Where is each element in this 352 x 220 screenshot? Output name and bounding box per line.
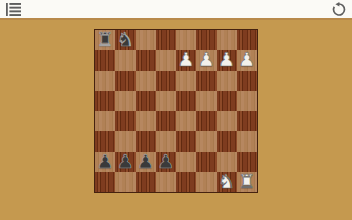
square-d3[interactable]	[156, 131, 176, 151]
square-f2[interactable]	[196, 152, 216, 172]
piece-white-pawn[interactable]: ♟	[196, 49, 216, 69]
piece-black-pawn[interactable]: ♟	[115, 151, 135, 171]
square-d5[interactable]	[156, 91, 176, 111]
piece-black-pawn[interactable]: ♟	[136, 151, 156, 171]
square-a6[interactable]	[95, 71, 115, 91]
square-a5[interactable]	[95, 91, 115, 111]
square-c5[interactable]	[136, 91, 156, 111]
square-b2[interactable]: ♟	[115, 152, 135, 172]
square-a2[interactable]: ♟	[95, 152, 115, 172]
square-h1[interactable]: ♜	[237, 172, 257, 192]
piece-white-rook[interactable]: ♜	[237, 171, 257, 191]
square-a8[interactable]: ♜	[95, 30, 115, 50]
menu-list-icon	[6, 3, 21, 16]
square-h7[interactable]: ♟	[237, 50, 257, 70]
square-h2[interactable]	[237, 152, 257, 172]
piece-black-knight[interactable]: ♞	[115, 29, 135, 49]
piece-black-pawn[interactable]: ♟	[95, 151, 115, 171]
square-c8[interactable]	[136, 30, 156, 50]
square-a1[interactable]	[95, 172, 115, 192]
square-f8[interactable]	[196, 30, 216, 50]
undo-button[interactable]	[330, 0, 348, 18]
square-d2[interactable]: ♟	[156, 152, 176, 172]
square-g5[interactable]	[217, 91, 237, 111]
square-f1[interactable]	[196, 172, 216, 192]
square-h5[interactable]	[237, 91, 257, 111]
chess-board: ♜♞♟♟♟♟♟♟♟♟♞♜	[94, 29, 258, 193]
square-g6[interactable]	[217, 71, 237, 91]
piece-white-knight[interactable]: ♞	[217, 171, 237, 191]
square-e4[interactable]	[176, 111, 196, 131]
square-g1[interactable]: ♞	[217, 172, 237, 192]
square-d6[interactable]	[156, 71, 176, 91]
square-h6[interactable]	[237, 71, 257, 91]
square-a3[interactable]	[95, 131, 115, 151]
square-c4[interactable]	[136, 111, 156, 131]
square-e2[interactable]	[176, 152, 196, 172]
square-h8[interactable]	[237, 30, 257, 50]
square-f7[interactable]: ♟	[196, 50, 216, 70]
square-b6[interactable]	[115, 71, 135, 91]
square-d8[interactable]	[156, 30, 176, 50]
square-c2[interactable]: ♟	[136, 152, 156, 172]
square-b5[interactable]	[115, 91, 135, 111]
piece-black-pawn[interactable]: ♟	[156, 151, 176, 171]
square-f5[interactable]	[196, 91, 216, 111]
square-a7[interactable]	[95, 50, 115, 70]
square-e5[interactable]	[176, 91, 196, 111]
square-e7[interactable]: ♟	[176, 50, 196, 70]
square-c7[interactable]	[136, 50, 156, 70]
square-b7[interactable]	[115, 50, 135, 70]
square-h4[interactable]	[237, 111, 257, 131]
square-d1[interactable]	[156, 172, 176, 192]
square-g3[interactable]	[217, 131, 237, 151]
menu-button[interactable]	[4, 0, 22, 18]
square-c1[interactable]	[136, 172, 156, 192]
square-g4[interactable]	[217, 111, 237, 131]
piece-black-rook[interactable]: ♜	[95, 29, 115, 49]
square-c3[interactable]	[136, 131, 156, 151]
square-e1[interactable]	[176, 172, 196, 192]
piece-white-pawn[interactable]: ♟	[237, 49, 257, 69]
square-g2[interactable]	[217, 152, 237, 172]
square-b3[interactable]	[115, 131, 135, 151]
piece-white-pawn[interactable]: ♟	[176, 49, 196, 69]
piece-white-pawn[interactable]: ♟	[217, 49, 237, 69]
square-c6[interactable]	[136, 71, 156, 91]
square-d4[interactable]	[156, 111, 176, 131]
square-g8[interactable]	[217, 30, 237, 50]
square-a4[interactable]	[95, 111, 115, 131]
square-g7[interactable]: ♟	[217, 50, 237, 70]
top-bar	[0, 0, 352, 20]
square-d7[interactable]	[156, 50, 176, 70]
square-e6[interactable]	[176, 71, 196, 91]
square-f6[interactable]	[196, 71, 216, 91]
square-f3[interactable]	[196, 131, 216, 151]
undo-rotate-icon	[331, 1, 347, 17]
square-f4[interactable]	[196, 111, 216, 131]
square-b8[interactable]: ♞	[115, 30, 135, 50]
square-b1[interactable]	[115, 172, 135, 192]
square-e8[interactable]	[176, 30, 196, 50]
square-b4[interactable]	[115, 111, 135, 131]
square-e3[interactable]	[176, 131, 196, 151]
square-h3[interactable]	[237, 131, 257, 151]
